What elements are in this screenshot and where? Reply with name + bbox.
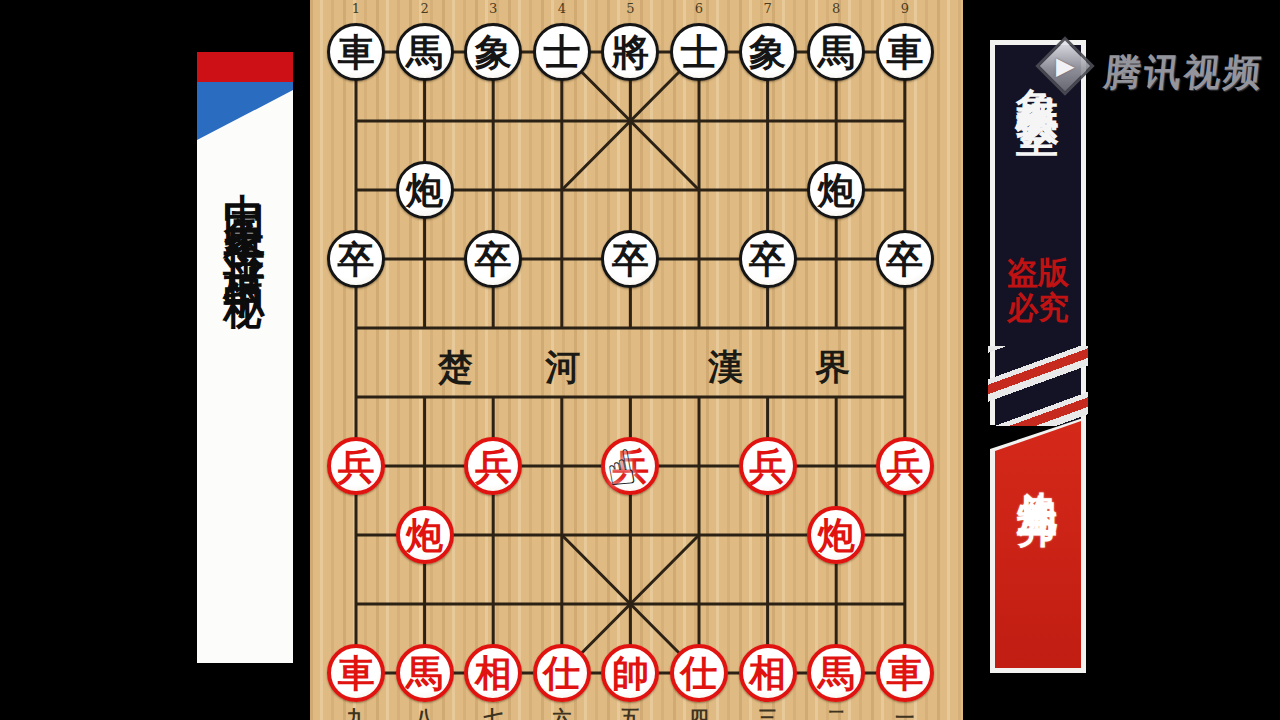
piece-red-兵[interactable]: 兵	[464, 437, 522, 495]
piece-black-象[interactable]: 象	[739, 23, 797, 81]
file-label-top: 2	[415, 1, 435, 16]
piece-black-炮[interactable]: 炮	[807, 161, 865, 219]
tencent-video-watermark: ▶ 腾讯视频	[1038, 36, 1273, 98]
right-bottom-banner: 斗炮局弃马	[990, 415, 1086, 673]
piece-red-相[interactable]: 相	[464, 644, 522, 702]
piece-red-馬[interactable]: 馬	[396, 644, 454, 702]
file-label-bottom: 一	[893, 705, 917, 720]
file-label-top: 6	[689, 1, 709, 16]
piece-red-車[interactable]: 車	[876, 644, 934, 702]
river-label-left: 楚 河	[438, 344, 610, 391]
piece-black-炮[interactable]: 炮	[396, 161, 454, 219]
piece-black-馬[interactable]: 馬	[807, 23, 865, 81]
file-label-bottom: 八	[413, 705, 437, 720]
piece-black-卒[interactable]: 卒	[327, 230, 385, 288]
piece-red-仕[interactable]: 仕	[533, 644, 591, 702]
stripe-divider	[988, 346, 1088, 426]
piece-red-炮[interactable]: 炮	[807, 506, 865, 564]
file-label-top: 3	[483, 1, 503, 16]
file-label-bottom: 三	[756, 705, 780, 720]
file-label-top: 5	[620, 1, 640, 16]
piece-black-馬[interactable]: 馬	[396, 23, 454, 81]
file-label-top: 9	[895, 1, 915, 16]
piece-red-相[interactable]: 相	[739, 644, 797, 702]
piece-black-車[interactable]: 車	[876, 23, 934, 81]
banner-red-band	[197, 52, 293, 82]
piece-black-將[interactable]: 將	[601, 23, 659, 81]
piece-black-車[interactable]: 車	[327, 23, 385, 81]
watermark-text: 腾讯视频	[1101, 48, 1266, 98]
piece-black-象[interactable]: 象	[464, 23, 522, 81]
file-label-top: 7	[758, 1, 778, 16]
left-title-banner: 中国象棋古谱桔中秘	[197, 52, 293, 663]
piece-black-卒[interactable]: 卒	[739, 230, 797, 288]
file-label-top: 8	[826, 1, 846, 16]
piece-black-士[interactable]: 士	[670, 23, 728, 81]
piece-black-卒[interactable]: 卒	[464, 230, 522, 288]
play-arrow-icon: ▶	[1056, 52, 1074, 80]
piece-black-卒[interactable]: 卒	[601, 230, 659, 288]
file-label-bottom: 六	[550, 705, 574, 720]
xiangqi-board: 楚 河 漢 界 123456789九八七六五四三二一車馬象士將士象馬車炮炮卒卒卒…	[310, 0, 963, 720]
right-bottom-banner-bg: 斗炮局弃马	[995, 415, 1081, 668]
file-label-top: 1	[346, 1, 366, 16]
piece-red-仕[interactable]: 仕	[670, 644, 728, 702]
piece-black-卒[interactable]: 卒	[876, 230, 934, 288]
piece-red-車[interactable]: 車	[327, 644, 385, 702]
file-label-bottom: 二	[824, 705, 848, 720]
file-label-bottom: 五	[618, 705, 642, 720]
file-label-bottom: 七	[481, 705, 505, 720]
file-label-bottom: 九	[344, 705, 368, 720]
piracy-warning: 盗版 必究	[995, 255, 1081, 325]
opening-name-label: 斗炮局弃马	[995, 459, 1081, 483]
piece-black-士[interactable]: 士	[533, 23, 591, 81]
piece-red-帥[interactable]: 帥	[601, 644, 659, 702]
file-label-bottom: 四	[687, 705, 711, 720]
left-banner-title: 中国象棋古谱桔中秘	[197, 160, 293, 660]
river-label-right: 漢 界	[708, 344, 880, 391]
piece-red-炮[interactable]: 炮	[396, 506, 454, 564]
piece-red-兵[interactable]: 兵	[876, 437, 934, 495]
file-label-top: 4	[552, 1, 572, 16]
video-frame: 楚 河 漢 界 123456789九八七六五四三二一車馬象士將士象馬車炮炮卒卒卒…	[0, 0, 1280, 720]
piece-red-馬[interactable]: 馬	[807, 644, 865, 702]
banner-blue-band	[197, 82, 293, 140]
piece-red-兵[interactable]: 兵	[739, 437, 797, 495]
piece-red-兵[interactable]: 兵	[327, 437, 385, 495]
